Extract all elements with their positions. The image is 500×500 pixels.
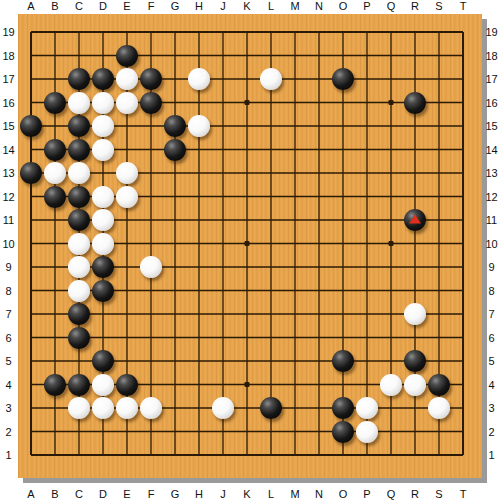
- stone-white-E17[interactable]: [116, 68, 138, 90]
- column-label-C: C: [75, 0, 83, 13]
- stone-white-Q4[interactable]: [380, 374, 402, 396]
- column-label-S: S: [435, 0, 442, 13]
- stone-white-E12[interactable]: [116, 186, 138, 208]
- stone-black-B14[interactable]: [44, 139, 66, 161]
- row-label-4: 4: [483, 378, 500, 391]
- stone-black-R5[interactable]: [404, 350, 426, 372]
- column-label-Q: Q: [387, 488, 396, 500]
- row-label-6: 6: [483, 331, 500, 344]
- stone-white-C13[interactable]: [68, 162, 90, 184]
- row-label-9: 9: [0, 261, 17, 274]
- column-label-A: A: [27, 488, 34, 500]
- stone-black-D17[interactable]: [92, 68, 114, 90]
- stone-white-S3[interactable]: [428, 397, 450, 419]
- stone-black-B4[interactable]: [44, 374, 66, 396]
- row-label-8: 8: [483, 284, 500, 297]
- column-label-M: M: [290, 0, 299, 13]
- column-label-K: K: [243, 488, 250, 500]
- row-label-5: 5: [483, 355, 500, 368]
- stone-white-P3[interactable]: [356, 397, 378, 419]
- row-label-8: 8: [0, 284, 17, 297]
- row-label-3: 3: [483, 402, 500, 415]
- stone-black-O2[interactable]: [332, 421, 354, 443]
- stone-white-C10[interactable]: [68, 233, 90, 255]
- row-label-16: 16: [0, 96, 17, 109]
- row-label-5: 5: [0, 355, 17, 368]
- row-label-19: 19: [0, 26, 17, 39]
- stone-white-C8[interactable]: [68, 280, 90, 302]
- row-label-14: 14: [0, 143, 17, 156]
- stone-white-E13[interactable]: [116, 162, 138, 184]
- row-label-1: 1: [0, 449, 17, 462]
- stone-black-L3[interactable]: [260, 397, 282, 419]
- stone-black-F16[interactable]: [140, 92, 162, 114]
- column-label-P: P: [363, 0, 370, 13]
- stone-white-D11[interactable]: [92, 209, 114, 231]
- row-label-9: 9: [483, 261, 500, 274]
- stone-black-G14[interactable]: [164, 139, 186, 161]
- column-label-A: A: [27, 0, 34, 13]
- column-label-F: F: [148, 0, 155, 13]
- stone-white-C9[interactable]: [68, 256, 90, 278]
- stone-black-E18[interactable]: [116, 45, 138, 67]
- stone-black-R16[interactable]: [404, 92, 426, 114]
- stone-white-C3[interactable]: [68, 397, 90, 419]
- column-label-S: S: [435, 488, 442, 500]
- stone-white-E3[interactable]: [116, 397, 138, 419]
- column-label-L: L: [268, 0, 274, 13]
- row-label-4: 4: [0, 378, 17, 391]
- column-label-O: O: [339, 488, 348, 500]
- stone-black-F17[interactable]: [140, 68, 162, 90]
- stone-black-O17[interactable]: [332, 68, 354, 90]
- stone-black-C4[interactable]: [68, 374, 90, 396]
- row-label-12: 12: [0, 190, 17, 203]
- row-label-18: 18: [0, 49, 17, 62]
- column-label-O: O: [339, 0, 348, 13]
- column-label-R: R: [411, 0, 419, 13]
- row-label-11: 11: [483, 214, 500, 227]
- stone-black-C11[interactable]: [68, 209, 90, 231]
- stone-black-G15[interactable]: [164, 115, 186, 137]
- stone-white-E16[interactable]: [116, 92, 138, 114]
- row-label-13: 13: [0, 167, 17, 180]
- stone-black-B12[interactable]: [44, 186, 66, 208]
- stone-black-S4[interactable]: [428, 374, 450, 396]
- stones-grid[interactable]: [19, 20, 475, 467]
- stone-black-D8[interactable]: [92, 280, 114, 302]
- row-label-2: 2: [0, 425, 17, 438]
- stone-white-L17[interactable]: [260, 68, 282, 90]
- stone-black-C14[interactable]: [68, 139, 90, 161]
- stone-black-O5[interactable]: [332, 350, 354, 372]
- stone-white-R7[interactable]: [404, 303, 426, 325]
- row-label-3: 3: [0, 402, 17, 415]
- row-label-19: 19: [483, 26, 500, 39]
- row-label-13: 13: [483, 167, 500, 180]
- stone-black-D5[interactable]: [92, 350, 114, 372]
- column-label-R: R: [411, 488, 419, 500]
- stone-black-B16[interactable]: [44, 92, 66, 114]
- column-label-B: B: [51, 488, 58, 500]
- column-label-F: F: [148, 488, 155, 500]
- stone-white-D12[interactable]: [92, 186, 114, 208]
- column-label-J: J: [220, 488, 226, 500]
- column-label-T: T: [460, 0, 467, 13]
- column-label-J: J: [220, 0, 226, 13]
- column-label-D: D: [99, 0, 107, 13]
- stone-black-O3[interactable]: [332, 397, 354, 419]
- stone-white-H17[interactable]: [188, 68, 210, 90]
- column-label-M: M: [290, 488, 299, 500]
- go-diagram-page: ABCDEFGHJKLMNOPQRST 19181716151413121110…: [0, 0, 500, 500]
- last-move-triangle-marker: [409, 215, 421, 224]
- column-label-C: C: [75, 488, 83, 500]
- column-label-D: D: [99, 488, 107, 500]
- row-label-1: 1: [483, 449, 500, 462]
- stone-white-H15[interactable]: [188, 115, 210, 137]
- row-label-18: 18: [483, 49, 500, 62]
- row-label-2: 2: [483, 425, 500, 438]
- column-label-G: G: [171, 0, 180, 13]
- column-label-E: E: [123, 0, 130, 13]
- column-label-E: E: [123, 488, 130, 500]
- stone-black-E4[interactable]: [116, 374, 138, 396]
- row-label-14: 14: [483, 143, 500, 156]
- column-label-L: L: [268, 488, 274, 500]
- stone-white-D4[interactable]: [92, 374, 114, 396]
- stone-white-R4[interactable]: [404, 374, 426, 396]
- row-label-17: 17: [483, 73, 500, 86]
- row-label-15: 15: [0, 120, 17, 133]
- stone-black-R11[interactable]: [404, 209, 426, 231]
- stone-white-D16[interactable]: [92, 92, 114, 114]
- stone-white-P2[interactable]: [356, 421, 378, 443]
- stone-white-C16[interactable]: [68, 92, 90, 114]
- column-label-T: T: [460, 488, 467, 500]
- column-label-H: H: [195, 0, 203, 13]
- row-label-7: 7: [0, 308, 17, 321]
- stone-white-D10[interactable]: [92, 233, 114, 255]
- column-label-K: K: [243, 0, 250, 13]
- stone-black-A13[interactable]: [20, 162, 42, 184]
- stone-white-J3[interactable]: [212, 397, 234, 419]
- column-label-N: N: [315, 488, 323, 500]
- column-label-B: B: [51, 0, 58, 13]
- stone-black-C6[interactable]: [68, 327, 90, 349]
- stone-black-C7[interactable]: [68, 303, 90, 325]
- stone-white-B13[interactable]: [44, 162, 66, 184]
- stone-white-F3[interactable]: [140, 397, 162, 419]
- column-label-P: P: [363, 488, 370, 500]
- row-label-17: 17: [0, 73, 17, 86]
- stone-black-A15[interactable]: [20, 115, 42, 137]
- row-label-10: 10: [0, 237, 17, 250]
- row-label-6: 6: [0, 331, 17, 344]
- column-label-G: G: [171, 488, 180, 500]
- stone-white-D14[interactable]: [92, 139, 114, 161]
- row-label-10: 10: [483, 237, 500, 250]
- row-label-15: 15: [483, 120, 500, 133]
- stone-white-D3[interactable]: [92, 397, 114, 419]
- column-label-N: N: [315, 0, 323, 13]
- stone-white-D15[interactable]: [92, 115, 114, 137]
- column-label-Q: Q: [387, 0, 396, 13]
- stone-black-C15[interactable]: [68, 115, 90, 137]
- go-board[interactable]: [18, 14, 482, 478]
- column-label-H: H: [195, 488, 203, 500]
- stone-white-F9[interactable]: [140, 256, 162, 278]
- stone-black-C12[interactable]: [68, 186, 90, 208]
- stone-black-C17[interactable]: [68, 68, 90, 90]
- row-label-7: 7: [483, 308, 500, 321]
- row-label-11: 11: [0, 214, 17, 227]
- row-label-12: 12: [483, 190, 500, 203]
- stone-black-D9[interactable]: [92, 256, 114, 278]
- row-label-16: 16: [483, 96, 500, 109]
